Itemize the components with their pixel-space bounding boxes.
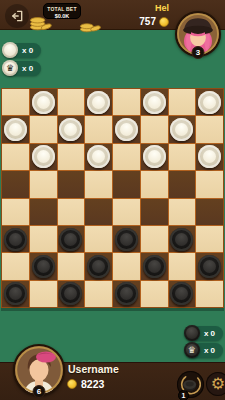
black-man-piece[interactable]	[115, 282, 138, 305]
square-d1[interactable]	[85, 281, 112, 307]
square-a1[interactable]	[2, 281, 29, 307]
total-bet-badge: TOTAL BET $0.0K	[43, 3, 81, 19]
total-bet-value: $0.0K	[44, 13, 80, 19]
white-man-piece[interactable]	[198, 145, 221, 168]
square-a3[interactable]	[2, 226, 29, 252]
white-man-piece[interactable]	[143, 145, 166, 168]
square-f3[interactable]	[141, 226, 168, 252]
black-man-piece[interactable]	[143, 255, 166, 278]
black-men-counter: x 0	[185, 326, 223, 341]
square-e4[interactable]	[113, 199, 140, 225]
opponent-coins: 757	[139, 16, 169, 27]
opponent-level-badge: 3	[192, 46, 205, 59]
square-a5[interactable]	[2, 171, 29, 197]
square-c4[interactable]	[58, 199, 85, 225]
player-coins: 8223	[67, 378, 104, 390]
black-man-piece[interactable]	[198, 255, 221, 278]
square-b3[interactable]	[30, 226, 57, 252]
black-piece-icon	[184, 325, 200, 341]
exit-icon	[10, 9, 24, 23]
square-a6[interactable]	[2, 144, 29, 170]
white-kings-counter: ♛ x 0	[3, 61, 41, 76]
white-man-piece[interactable]	[32, 145, 55, 168]
square-e1[interactable]	[113, 281, 140, 307]
white-man-piece[interactable]	[4, 118, 27, 141]
square-d8[interactable]	[85, 89, 112, 115]
white-king-icon: ♛	[2, 60, 18, 76]
black-kings-counter: ♛ x 0	[185, 343, 223, 358]
white-man-piece[interactable]	[59, 118, 82, 141]
square-g6[interactable]	[169, 144, 196, 170]
square-e2[interactable]	[113, 253, 140, 279]
black-man-piece[interactable]	[59, 282, 82, 305]
piece-button-badge: 1	[178, 390, 189, 400]
player-name: Username	[68, 363, 119, 375]
piece-style-button[interactable]: 1	[177, 371, 204, 398]
square-h3[interactable]	[196, 226, 223, 252]
player-avatar[interactable]: 6	[13, 344, 65, 396]
black-man-piece[interactable]	[170, 228, 193, 251]
square-d4[interactable]	[85, 199, 112, 225]
square-f6[interactable]	[141, 144, 168, 170]
black-kings-count: x 0	[204, 346, 215, 355]
board	[1, 88, 224, 308]
black-man-piece[interactable]	[115, 228, 138, 251]
square-f8[interactable]	[141, 89, 168, 115]
square-d5[interactable]	[85, 171, 112, 197]
black-king-icon: ♛	[184, 342, 200, 358]
crown-icon: ♛	[188, 346, 196, 355]
player-level-badge: 6	[33, 385, 46, 398]
square-g2[interactable]	[169, 253, 196, 279]
square-d2[interactable]	[85, 253, 112, 279]
coin-icon	[67, 379, 77, 389]
square-c1[interactable]	[58, 281, 85, 307]
square-e3[interactable]	[113, 226, 140, 252]
black-man-piece[interactable]	[87, 255, 110, 278]
settings-button[interactable]: ⚙	[206, 372, 225, 396]
square-b4[interactable]	[30, 199, 57, 225]
black-men-count: x 0	[204, 329, 215, 338]
square-b8[interactable]	[30, 89, 57, 115]
square-a7[interactable]	[2, 116, 29, 142]
crown-icon: ♛	[6, 64, 14, 73]
white-man-piece[interactable]	[115, 118, 138, 141]
white-piece-icon	[2, 42, 18, 58]
coin-icon	[159, 17, 169, 27]
square-e6[interactable]	[113, 144, 140, 170]
player-coin-count: 8223	[81, 378, 104, 390]
square-c2[interactable]	[58, 253, 85, 279]
square-c8[interactable]	[58, 89, 85, 115]
white-man-piece[interactable]	[170, 118, 193, 141]
white-man-piece[interactable]	[198, 91, 221, 114]
square-f2[interactable]	[141, 253, 168, 279]
square-g4[interactable]	[169, 199, 196, 225]
gear-icon: ⚙	[211, 376, 225, 392]
square-h6[interactable]	[196, 144, 223, 170]
black-man-piece[interactable]	[170, 282, 193, 305]
square-a4[interactable]	[2, 199, 29, 225]
black-man-piece[interactable]	[4, 228, 27, 251]
black-man-piece[interactable]	[32, 255, 55, 278]
opponent-name: Hel	[139, 3, 169, 13]
square-g5[interactable]	[169, 171, 196, 197]
square-b1[interactable]	[30, 281, 57, 307]
square-c6[interactable]	[58, 144, 85, 170]
square-h5[interactable]	[196, 171, 223, 197]
square-c5[interactable]	[58, 171, 85, 197]
white-man-piece[interactable]	[32, 91, 55, 114]
black-man-piece[interactable]	[59, 228, 82, 251]
white-man-piece[interactable]	[87, 145, 110, 168]
square-h1[interactable]	[196, 281, 223, 307]
white-man-piece[interactable]	[143, 91, 166, 114]
black-man-piece[interactable]	[4, 282, 27, 305]
square-b7[interactable]	[30, 116, 57, 142]
square-e5[interactable]	[113, 171, 140, 197]
opponent-info: Hel 757	[139, 3, 169, 27]
coin-stack-icon	[78, 11, 103, 33]
square-f5[interactable]	[141, 171, 168, 197]
opponent-avatar[interactable]: 3	[175, 11, 221, 57]
square-c3[interactable]	[58, 226, 85, 252]
square-b2[interactable]	[30, 253, 57, 279]
square-g3[interactable]	[169, 226, 196, 252]
back-button[interactable]	[5, 4, 29, 28]
game-screen: TOTAL BET $0.0K Hel 757	[0, 0, 225, 400]
square-h2[interactable]	[196, 253, 223, 279]
square-a2[interactable]	[2, 253, 29, 279]
square-c7[interactable]	[58, 116, 85, 142]
white-man-piece[interactable]	[87, 91, 110, 114]
square-g7[interactable]	[169, 116, 196, 142]
square-h7[interactable]	[196, 116, 223, 142]
square-d7[interactable]	[85, 116, 112, 142]
square-f1[interactable]	[141, 281, 168, 307]
white-men-count: x 0	[22, 46, 33, 55]
square-b6[interactable]	[30, 144, 57, 170]
square-g1[interactable]	[169, 281, 196, 307]
square-d3[interactable]	[85, 226, 112, 252]
square-f4[interactable]	[141, 199, 168, 225]
square-e7[interactable]	[113, 116, 140, 142]
square-g8[interactable]	[169, 89, 196, 115]
square-h8[interactable]	[196, 89, 223, 115]
white-men-counter: x 0	[3, 43, 41, 58]
square-f7[interactable]	[141, 116, 168, 142]
square-e8[interactable]	[113, 89, 140, 115]
opponent-coin-count: 757	[139, 16, 156, 27]
square-b5[interactable]	[30, 171, 57, 197]
square-h4[interactable]	[196, 199, 223, 225]
white-kings-count: x 0	[22, 64, 33, 73]
square-d6[interactable]	[85, 144, 112, 170]
total-bet-label: TOTAL BET	[44, 6, 80, 12]
square-a8[interactable]	[2, 89, 29, 115]
